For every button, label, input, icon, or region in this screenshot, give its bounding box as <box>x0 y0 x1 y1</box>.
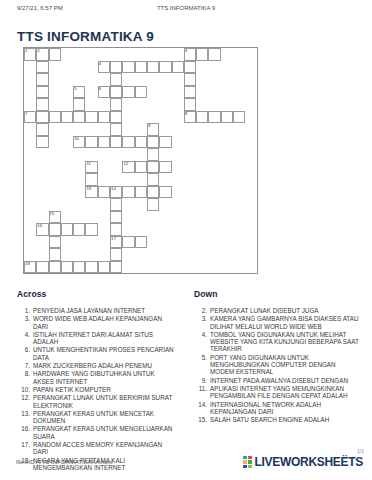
answer-cell[interactable] <box>36 123 48 136</box>
answer-cell[interactable]: 3 <box>184 48 196 61</box>
answer-cell[interactable] <box>184 61 196 74</box>
across-section: Across 1.PENYEDIA JASA LAYANAN INTERNET3… <box>17 289 189 472</box>
clue-item-number: 2. <box>194 307 207 314</box>
answer-cell[interactable] <box>61 261 73 274</box>
answer-cell[interactable] <box>159 161 171 174</box>
answer-cell[interactable] <box>98 261 110 274</box>
answer-cell[interactable] <box>135 136 147 149</box>
clue-item-text: INTERNASIONAL NETWORK ADALAH KEPANJANGAN… <box>210 401 360 416</box>
clue-item: 11.APLIKASI INTERNET YANG MEMUNGKINKAN P… <box>194 385 366 400</box>
answer-cell[interactable] <box>196 111 208 124</box>
answer-cell[interactable] <box>73 261 85 274</box>
liveworksheets-logo-text: LIVEWORKSHEËTS <box>255 455 363 469</box>
answer-cell[interactable] <box>49 248 61 261</box>
answer-cell[interactable] <box>122 61 134 74</box>
answer-cell[interactable] <box>73 98 85 111</box>
answer-cell[interactable] <box>110 211 122 224</box>
answer-cell[interactable] <box>61 111 73 124</box>
answer-cell[interactable] <box>85 173 97 186</box>
clue-item-text: APLIKASI INTERNET YANG MEMUNGKINKAN PENG… <box>210 385 360 400</box>
answer-cell[interactable]: 15 <box>49 211 61 224</box>
answer-cell[interactable] <box>135 161 147 174</box>
clue-number: 9 <box>148 123 150 128</box>
answer-cell[interactable]: 11 <box>85 161 97 174</box>
answer-cell[interactable] <box>85 261 97 274</box>
answer-cell[interactable] <box>208 111 220 124</box>
answer-cell[interactable] <box>233 111 245 124</box>
answer-cell[interactable] <box>196 48 208 61</box>
answer-cell[interactable] <box>221 111 233 124</box>
clue-item-number: 14. <box>194 401 207 416</box>
clue-item: 3.WORD WIDE WEB ADALAH KEPANJANGAN DARI <box>17 315 189 330</box>
answer-cell[interactable]: 18 <box>24 261 36 274</box>
liveworksheets-grid-icon <box>243 456 252 469</box>
clue-number: 2 <box>37 48 39 53</box>
clue-item: 5.PORT YANG DIGUNAKAN UNTUK MENGHUBUNGKA… <box>194 354 366 376</box>
answer-cell[interactable] <box>49 48 61 61</box>
answer-cell[interactable] <box>110 223 122 236</box>
clue-number: 7 <box>25 111 27 116</box>
clue-number: 8 <box>185 111 187 116</box>
page-title: TTS INFORMATIKA 9 <box>17 29 154 44</box>
footer-file-path: file:///D:/TTS INFORMATIKAAA.html <box>16 459 113 465</box>
clue-item-text: ISTILAH INTERNET DARI ALAMAT SITUS ADALA… <box>33 331 176 346</box>
clue-number: 4 <box>99 61 101 66</box>
answer-cell[interactable] <box>61 223 73 236</box>
answer-cell[interactable] <box>159 61 171 74</box>
answer-cell[interactable]: 4 <box>98 61 110 74</box>
answer-cell[interactable]: 2 <box>36 48 48 61</box>
clue-item-text: SALAH SATU SEARCH ENGINE ADALAH <box>210 416 360 423</box>
answer-cell[interactable] <box>147 61 159 74</box>
answer-cell[interactable] <box>135 236 147 249</box>
across-clue-list: 1.PENYEDIA JASA LAYANAN INTERNET3.WORD W… <box>17 307 189 471</box>
logo-tile <box>243 460 247 464</box>
answer-cell[interactable] <box>49 261 61 274</box>
clue-number: 13 <box>86 186 91 191</box>
clue-item: 3.KAMERA YANG GAMBARNYA BISA DIAKSES ATA… <box>194 315 366 330</box>
clue-item-number: 6. <box>17 346 30 361</box>
clue-item-number: 12. <box>17 394 30 409</box>
clue-item: 15.SALAH SATU SEARCH ENGINE ADALAH <box>194 416 366 423</box>
clue-number: 17 <box>111 236 116 241</box>
answer-cell[interactable] <box>110 86 122 99</box>
logo-tile <box>248 465 252 469</box>
clue-item-text: RANDOM ACCES MEMORY KEPANJANGAN DARI <box>33 441 176 456</box>
answer-cell[interactable] <box>122 186 134 199</box>
answer-cell[interactable] <box>147 198 159 211</box>
answer-cell[interactable] <box>172 61 184 74</box>
answer-cell[interactable]: 7 <box>24 111 36 124</box>
answer-cell[interactable] <box>110 111 122 124</box>
across-header: Across <box>17 289 189 299</box>
clue-item-text: UNTUK MENGHENTIKAN PROSES PENCARIAN DATA <box>33 346 176 361</box>
answer-cell[interactable] <box>110 61 122 74</box>
answer-cell[interactable] <box>98 111 110 124</box>
clue-item: 17.RANDOM ACCES MEMORY KEPANJANGAN DARI <box>17 441 189 456</box>
clue-item: 4.ISTILAH INTERNET DARI ALAMAT SITUS ADA… <box>17 331 189 346</box>
clue-item-text: HARDWARE YANG DIBUTUHKAN UNTUK AKSES INT… <box>33 370 176 385</box>
clue-item-number: 3. <box>194 315 207 330</box>
answer-cell[interactable] <box>36 86 48 99</box>
clue-number: 6 <box>99 86 101 91</box>
down-header: Down <box>194 289 366 299</box>
clue-item-number: 4. <box>194 331 207 353</box>
answer-cell[interactable] <box>98 186 110 199</box>
clue-item-text: PERANGKAT LUNAK UNTUK BERKIRIM SURAT ELE… <box>33 394 176 409</box>
answer-cell[interactable] <box>110 248 122 261</box>
answer-cell[interactable] <box>110 73 122 86</box>
clue-item: 9.INTERNET PADA AWALNYA DISEBUT DENGAN <box>194 377 366 384</box>
clue-item: 7.MARK ZUCKERBERG ADALAH PENEMU <box>17 362 189 369</box>
clue-number: 11 <box>86 161 90 166</box>
clue-item: 13.PERANGKAT KERAS UNTUK MENCETAK DOKUME… <box>17 410 189 425</box>
answer-cell[interactable] <box>49 111 61 124</box>
clue-item-number: 4. <box>17 331 30 346</box>
answer-cell[interactable] <box>36 136 48 149</box>
clue-number: 14 <box>111 186 116 191</box>
answer-cell[interactable] <box>208 48 220 61</box>
clue-item: 6.UNTUK MENGHENTIKAN PROSES PENCARIAN DA… <box>17 346 189 361</box>
clue-number: 16 <box>37 223 42 228</box>
clue-item-number: 1. <box>17 307 30 314</box>
clue-item-number: 8. <box>17 370 30 385</box>
clue-item-text: PORT YANG DIGUNAKAN UNTUK MENGHUBUNGKAN … <box>210 354 360 376</box>
answer-cell[interactable]: 14 <box>110 186 122 199</box>
answer-cell[interactable] <box>147 148 159 161</box>
answer-cell[interactable]: 1 <box>24 48 36 61</box>
clue-number: 12 <box>123 161 128 166</box>
clue-item-text: WORD WIDE WEB ADALAH KEPANJANGAN DARI <box>33 315 176 330</box>
answer-cell[interactable] <box>135 86 147 99</box>
liveworksheets-logo: LIVEWORKSHEËTS <box>243 455 363 469</box>
logo-tile <box>248 460 252 464</box>
answer-cell[interactable] <box>49 236 61 249</box>
clue-item: 10.PAPAN KETIK KOMPUTER <box>17 386 189 393</box>
answer-cell[interactable] <box>85 136 97 149</box>
print-doc-title: TTS INFORMATIKA 9 <box>0 5 372 11</box>
clue-item-number: 16. <box>17 425 30 440</box>
answer-cell[interactable] <box>110 198 122 211</box>
clue-item: 14.INTERNASIONAL NETWORK ADALAH KEPANJAN… <box>194 401 366 416</box>
clue-item-text: TOMBOL YANG DIGUNAKAN UNTUK MELIHAT WEBS… <box>210 331 360 353</box>
clue-item: 12.PERANGKAT LUNAK UNTUK BERKIRIM SURAT … <box>17 394 189 409</box>
answer-cell[interactable] <box>122 236 134 249</box>
answer-cell[interactable] <box>122 86 134 99</box>
answer-cell[interactable]: 17 <box>110 236 122 249</box>
answer-cell[interactable] <box>159 136 171 149</box>
answer-cell[interactable] <box>49 223 61 236</box>
answer-cell[interactable] <box>36 261 48 274</box>
answer-cell[interactable] <box>36 98 48 111</box>
clue-number: 1 <box>25 48 27 53</box>
answer-cell[interactable] <box>135 61 147 74</box>
clue-item: 8.HARDWARE YANG DIBUTUHKAN UNTUK AKSES I… <box>17 370 189 385</box>
clue-item: 16.PERANGKAT KERAS UNTUK MENGELUARKAN SU… <box>17 425 189 440</box>
answer-cell[interactable] <box>110 136 122 149</box>
answer-cell[interactable] <box>110 123 122 136</box>
answer-cell[interactable] <box>147 173 159 186</box>
clue-item-number: 11. <box>194 385 207 400</box>
worksheet-page: 9/27/21, 6:57 PM TTS INFORMATIKA 9 TTS I… <box>0 0 372 480</box>
clue-item: 2.PERANGKAT LUNAK DISEBUT JUGA <box>194 307 366 314</box>
down-clue-list: 2.PERANGKAT LUNAK DISEBUT JUGA3.KAMERA Y… <box>194 307 366 423</box>
answer-cell[interactable]: 13 <box>85 186 97 199</box>
clue-number: 15 <box>50 211 55 216</box>
answer-cell[interactable] <box>184 86 196 99</box>
footer-page-indicator: 1/1 <box>357 448 364 454</box>
answer-cell[interactable]: 5 <box>73 86 85 99</box>
answer-cell[interactable]: 6 <box>98 86 110 99</box>
clue-item-number: 3. <box>17 315 30 330</box>
clue-item-number: 7. <box>17 362 30 369</box>
clue-item-text: INTERNET PADA AWALNYA DISEBUT DENGAN <box>210 377 360 384</box>
answer-cell[interactable] <box>159 186 171 199</box>
answer-cell[interactable]: 9 <box>147 123 159 136</box>
clue-item-number: 10. <box>17 386 30 393</box>
answer-cell[interactable] <box>36 73 48 86</box>
clue-number: 18 <box>25 261 30 266</box>
clue-item: 4.TOMBOL YANG DIGUNAKAN UNTUK MELIHAT WE… <box>194 331 366 353</box>
clue-item-number: 17. <box>17 441 30 456</box>
answer-cell[interactable]: 10 <box>73 136 85 149</box>
clue-item-text: PERANGKAT KERAS UNTUK MENCETAK DOKUMEN <box>33 410 176 425</box>
clue-item-number: 5. <box>194 354 207 376</box>
answer-cell[interactable]: 12 <box>122 161 134 174</box>
clue-item: 1.PENYEDIA JASA LAYANAN INTERNET <box>17 307 189 314</box>
clue-item-text: PAPAN KETIK KOMPUTER <box>33 386 176 393</box>
logo-tile <box>248 456 252 460</box>
answer-cell[interactable] <box>122 136 134 149</box>
crossword-grid: 123456789101112131415161718 <box>23 47 258 274</box>
logo-tile <box>243 456 247 460</box>
down-section: Down 2.PERANGKAT LUNAK DISEBUT JUGA3.KAM… <box>194 289 366 424</box>
clue-item-number: 15. <box>194 416 207 423</box>
answer-cell[interactable] <box>73 111 85 124</box>
clue-item-text: PENYEDIA JASA LAYANAN INTERNET <box>33 307 176 314</box>
answer-cell[interactable] <box>147 136 159 149</box>
answer-cell[interactable]: 16 <box>36 223 48 236</box>
answer-cell[interactable] <box>73 223 85 236</box>
answer-cell[interactable] <box>135 186 147 199</box>
clue-number: 3 <box>185 48 187 53</box>
clue-item-text: PERANGKAT KERAS UNTUK MENGELUARKAN SUARA <box>33 425 176 440</box>
answer-cell[interactable] <box>36 111 48 124</box>
answer-cell[interactable] <box>184 73 196 86</box>
clue-number: 5 <box>74 86 76 91</box>
clue-item-text: MARK ZUCKERBERG ADALAH PENEMU <box>33 362 176 369</box>
answer-cell[interactable] <box>147 186 159 199</box>
answer-cell[interactable] <box>110 261 122 274</box>
clue-number: 10 <box>74 136 79 141</box>
clue-item-number: 13. <box>17 410 30 425</box>
clue-item-text: KAMERA YANG GAMBARNYA BISA DIAKSES ATAU … <box>210 315 360 330</box>
answer-cell[interactable]: 8 <box>184 111 196 124</box>
answer-cell[interactable] <box>184 98 196 111</box>
logo-tile <box>243 465 247 469</box>
answer-cell[interactable] <box>110 98 122 111</box>
crossword-cells: 123456789101112131415161718 <box>24 48 258 273</box>
answer-cell[interactable] <box>85 223 97 236</box>
answer-cell[interactable] <box>85 111 97 124</box>
clue-item-text: PERANGKAT LUNAK DISEBUT JUGA <box>210 307 360 314</box>
answer-cell[interactable] <box>36 61 48 74</box>
answer-cell[interactable] <box>147 161 159 174</box>
answer-cell[interactable] <box>98 136 110 149</box>
clue-item-number: 9. <box>194 377 207 384</box>
